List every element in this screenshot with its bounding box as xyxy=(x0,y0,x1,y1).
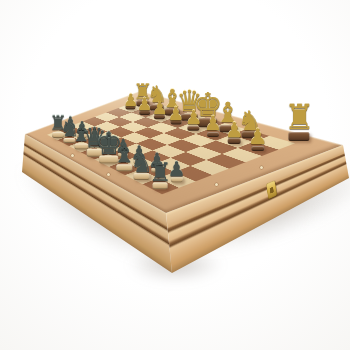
clasp-keyhole xyxy=(270,187,274,194)
brass-clasp-icon xyxy=(266,180,277,199)
piece-glyph: ♜ xyxy=(284,101,315,134)
frame-pin xyxy=(260,166,263,169)
chess-set-photo: ♜♞♝♛♚♝♞♜♟♟♟♟♟♟♟♟♟♟♟♟♟♟♟♟♜♞♝♛♚♝♞♜ xyxy=(0,0,350,350)
frame-pin xyxy=(71,154,74,157)
